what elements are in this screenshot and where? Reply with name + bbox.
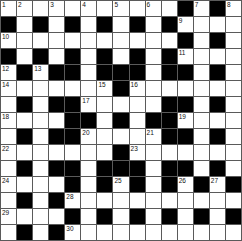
grid-cell[interactable] (81, 33, 96, 48)
grid-cell[interactable] (226, 161, 241, 176)
grid-cell[interactable] (97, 1, 112, 16)
clue-number: 3 (50, 1, 54, 8)
grid-cell[interactable] (65, 1, 80, 16)
grid-cell[interactable] (146, 65, 161, 80)
grid-cell[interactable] (146, 17, 161, 32)
grid-cell[interactable] (65, 145, 80, 160)
grid-cell[interactable] (113, 49, 128, 64)
grid-cell[interactable]: 13 (33, 65, 48, 80)
grid-cell[interactable] (33, 129, 48, 144)
grid-cell[interactable] (194, 225, 209, 240)
grid-cell[interactable] (33, 1, 48, 16)
grid-cell[interactable]: 2 (17, 1, 32, 16)
grid-cell[interactable] (65, 81, 80, 96)
block-cell (130, 161, 145, 176)
block-cell (130, 177, 145, 192)
clue-number: 7 (195, 1, 199, 8)
grid-cell[interactable] (226, 225, 241, 240)
grid-cell[interactable] (49, 145, 64, 160)
clue-number: 5 (114, 1, 118, 8)
clue-number: 29 (2, 209, 9, 216)
block-cell (113, 65, 128, 80)
grid-cell[interactable]: 7 (194, 1, 209, 16)
grid-cell[interactable] (17, 145, 32, 160)
clue-number: 15 (98, 81, 105, 88)
grid-cell[interactable]: 8 (226, 1, 241, 16)
block-cell (146, 113, 161, 128)
grid-cell[interactable] (113, 225, 128, 240)
grid-cell[interactable] (146, 209, 161, 224)
block-cell (97, 17, 112, 32)
clue-number: 17 (82, 97, 89, 104)
block-cell (97, 177, 112, 192)
grid-cell[interactable] (1, 161, 16, 176)
block-cell (178, 65, 193, 80)
block-cell (178, 129, 193, 144)
block-cell (17, 65, 32, 80)
grid-cell[interactable] (210, 81, 225, 96)
grid-cell[interactable] (49, 33, 64, 48)
grid-cell[interactable]: 15 (97, 81, 112, 96)
grid-cell[interactable] (33, 145, 48, 160)
block-cell (210, 65, 225, 80)
grid-cell[interactable] (81, 65, 96, 80)
block-cell (33, 49, 48, 64)
grid-cell[interactable] (194, 129, 209, 144)
grid-cell[interactable] (49, 209, 64, 224)
grid-cell[interactable] (97, 225, 112, 240)
block-cell (97, 161, 112, 176)
clue-number: 14 (2, 81, 9, 88)
grid-cell[interactable] (81, 161, 96, 176)
block-cell (17, 161, 32, 176)
grid-cell[interactable] (210, 145, 225, 160)
grid-cell[interactable]: 11 (178, 49, 193, 64)
grid-cell[interactable] (146, 193, 161, 208)
grid-cell[interactable] (33, 209, 48, 224)
clue-number: 26 (179, 177, 186, 184)
clue-number: 13 (34, 65, 41, 72)
grid-cell[interactable] (162, 81, 177, 96)
grid-cell[interactable] (178, 81, 193, 96)
grid-cell[interactable] (130, 113, 145, 128)
grid-cell[interactable]: 16 (130, 81, 145, 96)
block-cell (113, 113, 128, 128)
grid-cell[interactable] (146, 145, 161, 160)
clue-number: 2 (18, 1, 22, 8)
grid-cell[interactable] (17, 49, 32, 64)
grid-cell[interactable] (1, 193, 16, 208)
block-cell (113, 81, 128, 96)
grid-cell[interactable]: 12 (1, 65, 16, 80)
grid-cell[interactable]: 24 (1, 177, 16, 192)
grid-cell[interactable] (17, 17, 32, 32)
grid-cell[interactable]: 5 (113, 1, 128, 16)
clue-number: 23 (131, 145, 138, 152)
block-cell (17, 193, 32, 208)
grid-cell[interactable]: 20 (81, 129, 96, 144)
block-cell (210, 97, 225, 112)
block-cell (162, 161, 177, 176)
grid-cell[interactable] (17, 81, 32, 96)
block-cell (162, 209, 177, 224)
clue-number: 25 (114, 177, 121, 184)
grid-cell[interactable] (81, 193, 96, 208)
grid-cell[interactable] (1, 129, 16, 144)
crossword-board: 1234567891011121314151617181920212223242… (0, 0, 242, 241)
block-cell (97, 65, 112, 80)
grid-cell[interactable] (194, 65, 209, 80)
block-cell (65, 209, 80, 224)
block-cell (162, 97, 177, 112)
grid-cell[interactable]: 29 (1, 209, 16, 224)
block-cell (178, 1, 193, 16)
block-cell (130, 17, 145, 32)
block-cell (178, 161, 193, 176)
grid-cell[interactable] (210, 209, 225, 224)
block-cell (81, 113, 96, 128)
block-cell (194, 209, 209, 224)
block-cell (65, 65, 80, 80)
block-cell (65, 49, 80, 64)
grid-cell[interactable] (210, 17, 225, 32)
block-cell (65, 97, 80, 112)
block-cell (17, 97, 32, 112)
block-cell (17, 129, 32, 144)
clue-number: 18 (2, 113, 9, 120)
grid-cell[interactable] (113, 209, 128, 224)
grid-cell[interactable] (130, 97, 145, 112)
grid-cell[interactable] (49, 17, 64, 32)
grid-cell[interactable] (49, 113, 64, 128)
grid-cell[interactable] (194, 33, 209, 48)
grid-cell[interactable]: 17 (81, 97, 96, 112)
grid-cell[interactable] (194, 145, 209, 160)
grid-cell[interactable] (81, 145, 96, 160)
grid-cell[interactable] (162, 1, 177, 16)
grid-cell[interactable] (81, 17, 96, 32)
grid-cell[interactable] (210, 193, 225, 208)
block-cell (1, 49, 16, 64)
grid-cell[interactable]: 3 (49, 1, 64, 16)
block-cell (194, 177, 209, 192)
grid-cell[interactable] (130, 1, 145, 16)
grid-cell[interactable] (130, 193, 145, 208)
block-cell (210, 129, 225, 144)
clue-number: 4 (82, 1, 86, 8)
grid-cell[interactable] (49, 81, 64, 96)
grid-cell[interactable] (81, 209, 96, 224)
block-cell (65, 113, 80, 128)
clue-number: 16 (131, 81, 138, 88)
clue-number: 1 (2, 1, 6, 8)
grid-cell[interactable] (113, 97, 128, 112)
block-cell (226, 177, 241, 192)
clue-number: 21 (147, 129, 154, 136)
grid-cell[interactable] (17, 209, 32, 224)
block-cell (33, 17, 48, 32)
grid-cell[interactable] (194, 161, 209, 176)
block-cell (49, 97, 64, 112)
clue-number: 28 (66, 193, 73, 200)
grid-cell[interactable] (146, 97, 161, 112)
grid-cell[interactable]: 14 (1, 81, 16, 96)
block-cell (49, 161, 64, 176)
clue-number: 20 (82, 129, 89, 136)
block-cell (162, 17, 177, 32)
grid-cell[interactable] (17, 33, 32, 48)
grid-cell[interactable]: 18 (1, 113, 16, 128)
grid-cell[interactable] (178, 209, 193, 224)
grid-cell[interactable] (210, 49, 225, 64)
grid-cell[interactable] (130, 33, 145, 48)
grid-cell[interactable] (226, 17, 241, 32)
clue-number: 24 (2, 177, 9, 184)
grid-cell[interactable]: 22 (1, 145, 16, 160)
grid-cell[interactable]: 4 (81, 1, 96, 16)
grid-cell[interactable] (210, 225, 225, 240)
block-cell (162, 177, 177, 192)
block-cell (97, 209, 112, 224)
grid-cell[interactable] (97, 97, 112, 112)
grid-cell[interactable] (226, 129, 241, 144)
grid-cell[interactable] (97, 193, 112, 208)
grid-cell[interactable] (81, 225, 96, 240)
grid-cell[interactable]: 30 (65, 225, 80, 240)
block-cell (162, 129, 177, 144)
block-cell (130, 209, 145, 224)
grid-cell[interactable] (33, 33, 48, 48)
block-cell (65, 129, 80, 144)
grid-cell[interactable] (178, 225, 193, 240)
clue-number: 8 (227, 1, 231, 8)
grid-cell[interactable] (113, 33, 128, 48)
grid-cell[interactable] (65, 33, 80, 48)
block-cell (113, 145, 128, 160)
grid-cell[interactable] (226, 81, 241, 96)
block-cell (97, 49, 112, 64)
clue-number: 30 (66, 225, 73, 232)
grid-cell[interactable] (97, 33, 112, 48)
clue-number: 19 (179, 113, 186, 120)
grid-cell[interactable] (226, 33, 241, 48)
grid-cell[interactable]: 6 (146, 1, 161, 16)
grid-cell[interactable] (33, 193, 48, 208)
grid-cell[interactable] (1, 97, 16, 112)
grid-cell[interactable] (162, 193, 177, 208)
grid-cell[interactable]: 27 (210, 177, 225, 192)
block-cell (162, 49, 177, 64)
block-cell (49, 225, 64, 240)
grid-cell[interactable] (226, 145, 241, 160)
block-cell (1, 17, 16, 32)
grid-cell[interactable] (194, 113, 209, 128)
grid-cell[interactable] (162, 33, 177, 48)
grid-cell[interactable] (81, 49, 96, 64)
block-cell (65, 17, 80, 32)
block-cell (130, 49, 145, 64)
grid-cell[interactable] (194, 81, 209, 96)
block-cell (65, 161, 80, 176)
grid-cell[interactable]: 26 (178, 177, 193, 192)
clue-number: 22 (2, 145, 9, 152)
clue-number: 6 (147, 1, 151, 8)
grid-cell[interactable] (194, 49, 209, 64)
block-cell (130, 65, 145, 80)
block-cell (65, 177, 80, 192)
grid-cell[interactable] (130, 225, 145, 240)
block-cell (226, 209, 241, 224)
block-cell (210, 161, 225, 176)
grid-cell[interactable] (146, 49, 161, 64)
grid-cell[interactable] (146, 225, 161, 240)
grid-cell[interactable] (146, 161, 161, 176)
block-cell (210, 1, 225, 16)
grid-cell[interactable] (194, 97, 209, 112)
block-cell (178, 97, 193, 112)
block-cell (162, 65, 177, 80)
grid-cell[interactable] (194, 17, 209, 32)
grid-cell[interactable] (17, 113, 32, 128)
grid-cell[interactable]: 19 (178, 113, 193, 128)
grid-cell[interactable] (146, 177, 161, 192)
grid-cell[interactable] (97, 113, 112, 128)
block-cell (49, 65, 64, 80)
grid-cell[interactable] (33, 81, 48, 96)
grid-cell[interactable] (33, 177, 48, 192)
grid-cell[interactable] (113, 129, 128, 144)
block-cell (113, 161, 128, 176)
grid-cell[interactable] (178, 193, 193, 208)
grid-cell[interactable] (33, 161, 48, 176)
grid-cell[interactable] (113, 193, 128, 208)
block-cell (162, 113, 177, 128)
grid-cell[interactable] (226, 65, 241, 80)
grid-cell[interactable] (81, 81, 96, 96)
grid-cell[interactable] (226, 113, 241, 128)
block-cell (210, 33, 225, 48)
grid-cell[interactable] (97, 129, 112, 144)
block-cell (178, 33, 193, 48)
grid-cell[interactable] (49, 49, 64, 64)
grid-cell[interactable] (162, 225, 177, 240)
grid-cell[interactable] (97, 145, 112, 160)
block-cell (49, 193, 64, 208)
clue-number: 9 (179, 17, 183, 24)
clue-number: 12 (2, 65, 9, 72)
grid-cell[interactable] (162, 145, 177, 160)
grid-cell[interactable] (49, 177, 64, 192)
grid-cell[interactable] (146, 81, 161, 96)
clue-number: 10 (2, 33, 9, 40)
grid-cell[interactable]: 9 (178, 17, 193, 32)
grid-cell[interactable] (130, 129, 145, 144)
grid-cell[interactable]: 25 (113, 177, 128, 192)
grid-cell[interactable] (194, 193, 209, 208)
block-cell (49, 129, 64, 144)
clue-number: 27 (211, 177, 218, 184)
grid-cell[interactable] (113, 17, 128, 32)
grid-cell[interactable] (81, 177, 96, 192)
grid-cell[interactable] (178, 145, 193, 160)
grid-cell[interactable] (33, 225, 48, 240)
block-cell (17, 225, 32, 240)
grid-cell[interactable] (17, 177, 32, 192)
grid-cell[interactable] (210, 113, 225, 128)
grid-cell[interactable] (226, 49, 241, 64)
grid-cell[interactable] (1, 225, 16, 240)
grid-cell[interactable] (33, 113, 48, 128)
grid-cell[interactable]: 1 (1, 1, 16, 16)
grid-cell[interactable]: 28 (65, 193, 80, 208)
grid-cell[interactable]: 21 (146, 129, 161, 144)
grid-cell[interactable] (226, 97, 241, 112)
clue-number: 11 (179, 49, 186, 56)
grid-cell[interactable] (226, 193, 241, 208)
grid-cell[interactable] (33, 97, 48, 112)
grid-cell[interactable]: 23 (130, 145, 145, 160)
grid-cell[interactable]: 10 (1, 33, 16, 48)
grid-cell[interactable] (146, 33, 161, 48)
